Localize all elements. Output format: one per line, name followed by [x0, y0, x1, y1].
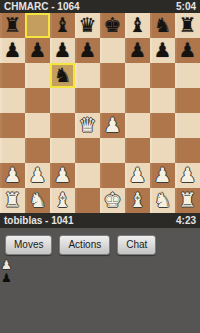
square-b2[interactable]: ♟: [25, 163, 50, 188]
square-e2[interactable]: [100, 163, 125, 188]
square-c7[interactable]: ♟: [50, 38, 75, 63]
black-pawn: ♟: [79, 38, 97, 63]
white-queen: ♛: [79, 113, 97, 138]
square-e6[interactable]: [100, 63, 125, 88]
square-h5[interactable]: [175, 88, 200, 113]
white-pawn: ♟: [179, 163, 197, 188]
moves-button[interactable]: Moves: [5, 235, 52, 255]
opponent-clock: 5:04: [176, 0, 196, 13]
square-g7[interactable]: ♟: [150, 38, 175, 63]
square-c8[interactable]: ♝: [50, 13, 75, 38]
black-pawn: ♟: [179, 38, 197, 63]
opponent-name-rating: CHMARC - 1064: [4, 0, 80, 13]
black-pawn: ♟: [29, 38, 47, 63]
black-bishop: ♝: [54, 13, 72, 38]
white-pawn: ♟: [4, 163, 22, 188]
square-f1[interactable]: ♝: [125, 188, 150, 213]
square-g6[interactable]: [150, 63, 175, 88]
black-queen: ♛: [79, 13, 97, 38]
black-pawn: ♟: [54, 38, 72, 63]
captured-pieces-tray: ♟♟: [1, 259, 12, 285]
square-d3[interactable]: [75, 138, 100, 163]
square-g4[interactable]: [150, 113, 175, 138]
square-g5[interactable]: [150, 88, 175, 113]
square-h8[interactable]: ♜: [175, 13, 200, 38]
square-f8[interactable]: ♝: [125, 13, 150, 38]
square-c4[interactable]: [50, 113, 75, 138]
square-e3[interactable]: [100, 138, 125, 163]
black-pawn: ♟: [154, 38, 172, 63]
square-d6[interactable]: [75, 63, 100, 88]
white-rook: ♜: [179, 188, 197, 213]
square-c2[interactable]: ♟: [50, 163, 75, 188]
black-knight: ♞: [154, 13, 172, 38]
square-d1[interactable]: [75, 188, 100, 213]
player-clock: 4:23: [176, 213, 196, 228]
square-b6[interactable]: [25, 63, 50, 88]
square-c5[interactable]: [50, 88, 75, 113]
square-b4[interactable]: [25, 113, 50, 138]
chat-button[interactable]: Chat: [117, 235, 156, 255]
square-c6[interactable]: ♞: [50, 63, 75, 88]
square-e1[interactable]: ♚: [100, 188, 125, 213]
white-knight: ♞: [29, 188, 47, 213]
square-d7[interactable]: ♟: [75, 38, 100, 63]
control-panel: Moves Actions Chat ♟♟: [0, 228, 200, 333]
captured-black-pawn: ♟: [1, 272, 12, 285]
black-pawn: ♟: [129, 38, 147, 63]
square-g8[interactable]: ♞: [150, 13, 175, 38]
white-pawn: ♟: [154, 163, 172, 188]
white-rook: ♜: [4, 188, 22, 213]
player-bar: tobiblas - 1041 4:23: [0, 213, 200, 228]
square-f2[interactable]: ♟: [125, 163, 150, 188]
square-a6[interactable]: [0, 63, 25, 88]
square-a1[interactable]: ♜: [0, 188, 25, 213]
square-e8[interactable]: ♚: [100, 13, 125, 38]
square-g1[interactable]: ♞: [150, 188, 175, 213]
square-h4[interactable]: [175, 113, 200, 138]
square-d8[interactable]: ♛: [75, 13, 100, 38]
square-g2[interactable]: ♟: [150, 163, 175, 188]
square-d5[interactable]: [75, 88, 100, 113]
square-d4[interactable]: ♛: [75, 113, 100, 138]
square-b1[interactable]: ♞: [25, 188, 50, 213]
black-bishop: ♝: [129, 13, 147, 38]
square-a5[interactable]: [0, 88, 25, 113]
player-name-rating: tobiblas - 1041: [4, 213, 73, 228]
square-f7[interactable]: ♟: [125, 38, 150, 63]
square-f4[interactable]: [125, 113, 150, 138]
square-a7[interactable]: ♟: [0, 38, 25, 63]
square-b5[interactable]: [25, 88, 50, 113]
square-e5[interactable]: [100, 88, 125, 113]
square-e4[interactable]: ♟: [100, 113, 125, 138]
square-d2[interactable]: [75, 163, 100, 188]
square-h6[interactable]: [175, 63, 200, 88]
white-pawn: ♟: [129, 163, 147, 188]
square-f5[interactable]: [125, 88, 150, 113]
square-a3[interactable]: [0, 138, 25, 163]
square-h7[interactable]: ♟: [175, 38, 200, 63]
white-king: ♚: [104, 188, 122, 213]
square-f6[interactable]: [125, 63, 150, 88]
square-b7[interactable]: ♟: [25, 38, 50, 63]
black-pawn: ♟: [4, 38, 22, 63]
black-rook: ♜: [4, 13, 22, 38]
chess-board[interactable]: ♜♝♛♚♝♞♜♟♟♟♟♟♟♟♞♛♟♟♟♟♟♟♟♜♞♝♚♝♞♜: [0, 13, 200, 213]
white-knight: ♞: [154, 188, 172, 213]
square-b8[interactable]: [25, 13, 50, 38]
square-h1[interactable]: ♜: [175, 188, 200, 213]
white-bishop: ♝: [54, 188, 72, 213]
actions-button[interactable]: Actions: [59, 235, 110, 255]
square-e7[interactable]: [100, 38, 125, 63]
white-bishop: ♝: [129, 188, 147, 213]
square-g3[interactable]: [150, 138, 175, 163]
square-b3[interactable]: [25, 138, 50, 163]
black-rook: ♜: [179, 13, 197, 38]
square-c3[interactable]: [50, 138, 75, 163]
square-c1[interactable]: ♝: [50, 188, 75, 213]
square-a4[interactable]: [0, 113, 25, 138]
square-f3[interactable]: [125, 138, 150, 163]
square-h3[interactable]: [175, 138, 200, 163]
square-h2[interactable]: ♟: [175, 163, 200, 188]
black-knight: ♞: [54, 63, 72, 88]
toolbar: Moves Actions Chat: [0, 228, 200, 255]
chess-app-window: CHMARC - 1064 5:04 ♜♝♛♚♝♞♜♟♟♟♟♟♟♟♞♛♟♟♟♟♟…: [0, 0, 200, 333]
white-pawn: ♟: [54, 163, 72, 188]
white-pawn: ♟: [29, 163, 47, 188]
square-a2[interactable]: ♟: [0, 163, 25, 188]
black-king: ♚: [104, 13, 122, 38]
square-a8[interactable]: ♜: [0, 13, 25, 38]
opponent-bar: CHMARC - 1064 5:04: [0, 0, 200, 13]
white-pawn: ♟: [104, 113, 122, 138]
